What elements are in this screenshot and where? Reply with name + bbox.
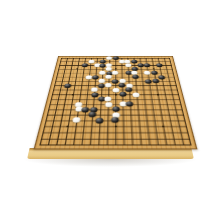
- white-stone: [106, 56, 112, 59]
- black-stone: [118, 83, 125, 87]
- black-stone: [63, 83, 71, 87]
- go-board: [33, 56, 197, 149]
- white-stone: [112, 88, 119, 93]
- black-stone: [156, 63, 163, 67]
- black-stone: [119, 92, 126, 97]
- star-point: [114, 68, 116, 69]
- white-stone: [98, 79, 105, 83]
- black-stone: [157, 75, 164, 79]
- go-board-photo: [0, 0, 220, 220]
- black-stone: [92, 75, 99, 79]
- white-stone: [105, 102, 112, 107]
- board-grid: [39, 58, 191, 145]
- black-stone: [112, 56, 118, 59]
- white-stone: [98, 71, 105, 75]
- white-stone: [105, 75, 112, 79]
- black-stone: [125, 102, 133, 107]
- black-stone: [88, 112, 96, 117]
- black-stone: [95, 118, 103, 124]
- white-stone: [104, 97, 111, 102]
- white-stone: [87, 59, 93, 63]
- white-stone: [90, 87, 97, 92]
- white-stone: [105, 83, 112, 87]
- black-stone: [111, 79, 118, 83]
- white-stone: [111, 71, 117, 75]
- white-stone: [119, 79, 126, 83]
- white-stone: [132, 92, 139, 97]
- star-point: [71, 94, 73, 95]
- black-stone: [152, 79, 159, 83]
- star-point: [76, 68, 78, 69]
- black-stone: [81, 63, 88, 67]
- black-stone: [112, 107, 119, 112]
- black-stone: [137, 63, 144, 67]
- star-point: [152, 68, 154, 69]
- black-stone: [125, 87, 132, 92]
- black-stone: [130, 60, 136, 64]
- star-point: [66, 125, 69, 127]
- white-stone: [125, 63, 131, 67]
- black-stone: [145, 79, 152, 83]
- star-point: [156, 94, 158, 95]
- white-stone: [71, 117, 79, 123]
- white-stone: [143, 71, 150, 75]
- board-side-edge: [27, 148, 194, 159]
- black-stone: [110, 117, 118, 123]
- black-stone: [143, 63, 150, 67]
- black-stone: [132, 75, 139, 79]
- black-stone: [91, 92, 98, 97]
- black-stone: [97, 83, 104, 87]
- black-stone: [99, 64, 105, 68]
- black-stone: [150, 71, 157, 75]
- black-stone: [81, 107, 89, 112]
- star-point: [114, 125, 116, 127]
- white-stone: [85, 75, 92, 79]
- star-point: [114, 94, 116, 95]
- star-point: [161, 125, 164, 127]
